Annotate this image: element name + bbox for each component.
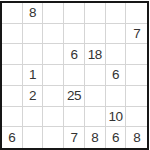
cell-r4c6[interactable]: 6 <box>106 65 127 86</box>
cell-r5c6[interactable] <box>106 86 127 107</box>
cell-r7c7[interactable]: 8 <box>126 127 147 148</box>
cell-r7c4[interactable]: 7 <box>64 127 85 148</box>
cell-r2c1[interactable] <box>2 24 23 45</box>
cell-r2c7[interactable]: 7 <box>126 24 147 45</box>
cell-r6c6[interactable]: 10 <box>106 107 127 128</box>
cell-r6c3[interactable] <box>43 107 64 128</box>
cell-r4c5[interactable] <box>85 65 106 86</box>
cell-r4c1[interactable] <box>2 65 23 86</box>
cell-r7c6[interactable]: 6 <box>106 127 127 148</box>
cell-r5c2[interactable]: 2 <box>23 86 44 107</box>
cell-r2c6[interactable] <box>106 24 127 45</box>
cell-r5c3[interactable] <box>43 86 64 107</box>
cell-r3c7[interactable] <box>126 44 147 65</box>
cell-r4c3[interactable] <box>43 65 64 86</box>
cell-r2c3[interactable] <box>43 24 64 45</box>
cell-r4c2[interactable]: 1 <box>23 65 44 86</box>
cell-r7c3[interactable] <box>43 127 64 148</box>
cell-r3c6[interactable] <box>106 44 127 65</box>
cell-r4c4[interactable] <box>64 65 85 86</box>
cell-r1c1[interactable] <box>2 3 23 24</box>
cell-r3c4[interactable]: 6 <box>64 44 85 65</box>
cell-r1c5[interactable] <box>85 3 106 24</box>
cell-r2c2[interactable] <box>23 24 44 45</box>
cell-r5c1[interactable] <box>2 86 23 107</box>
cell-r3c2[interactable] <box>23 44 44 65</box>
puzzle-board: 8 7 6 18 1 6 2 25 10 6 7 8 6 8 <box>0 1 149 150</box>
cell-r6c2[interactable] <box>23 107 44 128</box>
cell-r1c6[interactable] <box>106 3 127 24</box>
cell-r6c7[interactable] <box>126 107 147 128</box>
cell-r5c7[interactable] <box>126 86 147 107</box>
cell-r1c3[interactable] <box>43 3 64 24</box>
cell-r7c1[interactable]: 6 <box>2 127 23 148</box>
cell-r4c7[interactable] <box>126 65 147 86</box>
cell-r6c5[interactable] <box>85 107 106 128</box>
cell-r1c4[interactable] <box>64 3 85 24</box>
cell-r3c3[interactable] <box>43 44 64 65</box>
cell-r7c5[interactable]: 8 <box>85 127 106 148</box>
cell-r3c5[interactable]: 18 <box>85 44 106 65</box>
cell-r6c4[interactable] <box>64 107 85 128</box>
cell-r2c4[interactable] <box>64 24 85 45</box>
cell-r1c2[interactable]: 8 <box>23 3 44 24</box>
cell-r2c5[interactable] <box>85 24 106 45</box>
cell-r7c2[interactable] <box>23 127 44 148</box>
cell-r5c4[interactable]: 25 <box>64 86 85 107</box>
cell-r6c1[interactable] <box>2 107 23 128</box>
cell-r5c5[interactable] <box>85 86 106 107</box>
cell-r3c1[interactable] <box>2 44 23 65</box>
cell-r1c7[interactable] <box>126 3 147 24</box>
